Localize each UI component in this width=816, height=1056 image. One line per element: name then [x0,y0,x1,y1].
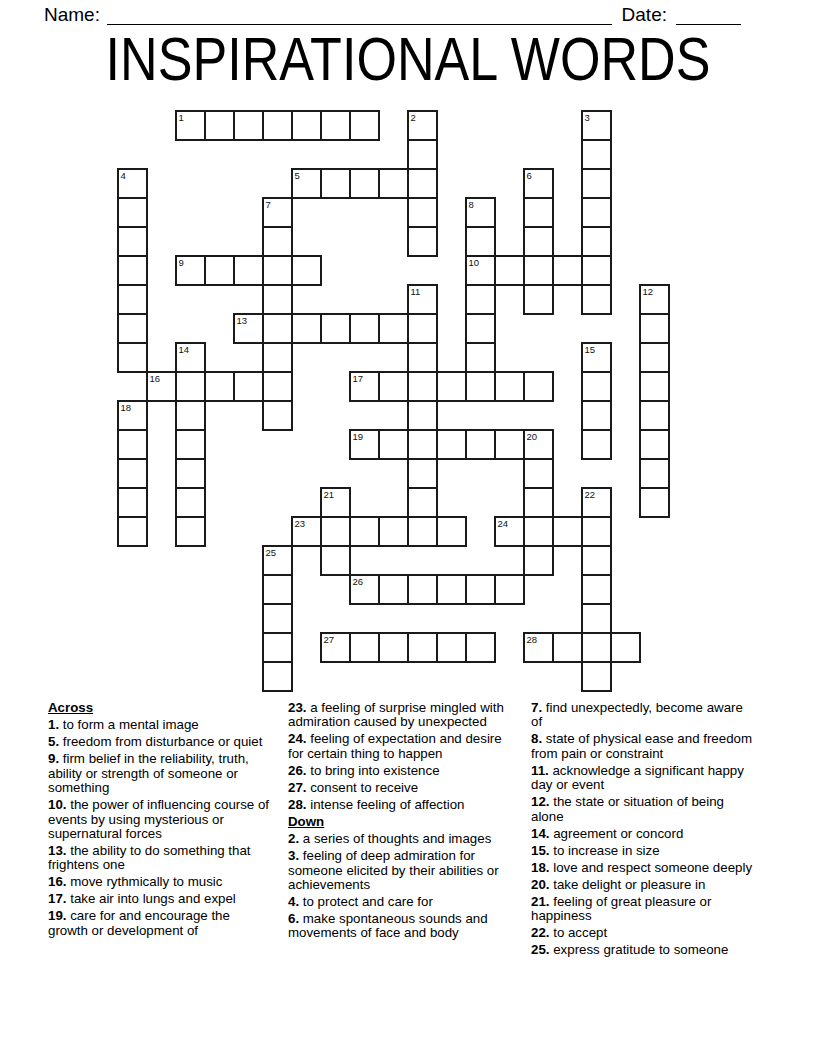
crossword-cell-r6c16[interactable] [581,284,612,315]
crossword-cell-r13c14[interactable] [523,487,554,518]
cell-number-24: 24 [498,519,509,529]
clue-across-24: 24. feeling of expectation and desire fo… [288,732,514,761]
crossword-cell-r18c14[interactable]: 28 [523,632,554,663]
crossword-cell-r3c12[interactable]: 8 [465,197,496,228]
crossword-cell-r9c16[interactable] [581,371,612,402]
crossword-cell-r6c10[interactable]: 11 [407,284,438,315]
crossword-cell-r9c11[interactable] [436,371,467,402]
crossword-cell-r9c12[interactable] [465,371,496,402]
crossword-cell-r14c9[interactable] [378,516,409,547]
crossword-cell-r7c7[interactable] [320,313,351,344]
clue-across-9: 9. firm belief in the reliability, truth… [48,752,272,795]
crossword-cell-r18c11[interactable] [436,632,467,663]
crossword-cell-r18c8[interactable] [349,632,380,663]
crossword-cell-r18c10[interactable] [407,632,438,663]
crossword-cell-r8c16[interactable]: 15 [581,342,612,373]
crossword-cell-r10c0[interactable]: 18 [117,400,148,431]
crossword-cell-r3c5[interactable]: 7 [262,197,293,228]
clue-down-15: 15. to increase in size [531,844,756,858]
crossword-cell-r9c1[interactable]: 16 [146,371,177,402]
crossword-cell-r13c2[interactable] [175,487,206,518]
crossword-cell-r4c16[interactable] [581,226,612,257]
crossword-cell-r6c14[interactable] [523,284,554,315]
crossword-cell-r2c16[interactable] [581,168,612,199]
crossword-cell-r5c13[interactable] [494,255,525,286]
cell-number-19: 19 [353,432,364,442]
crossword-cell-r13c18[interactable] [639,487,670,518]
crossword-cell-r11c16[interactable] [581,429,612,460]
crossword-cell-r9c2[interactable] [175,371,206,402]
crossword-cell-r13c0[interactable] [117,487,148,518]
crossword-cell-r4c10[interactable] [407,226,438,257]
clue-down-8: 8. state of physical ease and freedom fr… [531,732,756,761]
clue-across-13: 13. the ability to do something that fri… [48,844,272,873]
cell-number-22: 22 [585,490,596,500]
crossword-cell-r14c6[interactable]: 23 [291,516,322,547]
crossword-cell-r16c10[interactable] [407,574,438,605]
crossword-cell-r7c18[interactable] [639,313,670,344]
crossword-cell-r11c13[interactable] [494,429,525,460]
clue-column-2: 23. a feeling of surprise mingled with a… [288,701,514,943]
crossword-cell-r17c16[interactable] [581,603,612,634]
crossword-cell-r7c9[interactable] [378,313,409,344]
cell-number-7: 7 [266,200,271,210]
crossword-cell-r4c12[interactable] [465,226,496,257]
crossword-cell-r0c10[interactable]: 2 [407,110,438,141]
cell-number-18: 18 [121,403,132,413]
clue-down-12: 12. the state or situation of being alon… [531,795,756,824]
crossword-cell-r2c7[interactable] [320,168,351,199]
crossword-cell-r0c3[interactable] [204,110,235,141]
clue-across-5: 5. freedom from disturbance or quiet [48,735,272,749]
crossword-cell-r8c2[interactable]: 14 [175,342,206,373]
crossword-cell-r5c15[interactable] [552,255,583,286]
crossword-cell-r10c16[interactable] [581,400,612,431]
crossword-cell-r5c12[interactable]: 10 [465,255,496,286]
cell-number-17: 17 [353,374,364,384]
crossword-cell-r10c5[interactable] [262,400,293,431]
name-input-line[interactable] [107,5,612,25]
name-date-header: Name: Date: [44,5,741,25]
puzzle-title: INSPIRATIONAL WORDS [65,28,750,90]
crossword-cell-r3c16[interactable] [581,197,612,228]
clue-across-1: 1. to form a mental image [48,718,272,732]
down-clues-part2: 7. find unexpectedly, become aware of8. … [531,701,756,957]
crossword-cell-r5c2[interactable]: 9 [175,255,206,286]
crossword-cell-r5c16[interactable] [581,255,612,286]
across-heading: Across [48,701,272,715]
down-clues-part1: 2. a series of thoughts and images3. fee… [288,832,514,941]
clue-across-19: 19. care for and encourage the growth or… [48,909,272,938]
cell-number-11: 11 [411,287,421,297]
crossword-cell-r2c0[interactable]: 4 [117,168,148,199]
crossword-cell-r8c12[interactable] [465,342,496,373]
cell-number-26: 26 [353,577,364,587]
crossword-cell-r5c3[interactable] [204,255,235,286]
crossword-cell-r9c13[interactable] [494,371,525,402]
crossword-cell-r9c8[interactable]: 17 [349,371,380,402]
crossword-cell-r6c5[interactable] [262,284,293,315]
crossword-cell-r15c16[interactable] [581,545,612,576]
cell-number-14: 14 [179,345,190,355]
crossword-cell-r5c6[interactable] [291,255,322,286]
clue-across-28: 28. intense feeling of affection [288,798,514,812]
crossword-cell-r16c11[interactable] [436,574,467,605]
crossword-cell-r16c8[interactable]: 26 [349,574,380,605]
crossword-cell-r7c6[interactable] [291,313,322,344]
cell-number-2: 2 [411,113,416,123]
crossword-cell-r12c18[interactable] [639,458,670,489]
crossword-cell-r0c7[interactable] [320,110,351,141]
cell-number-20: 20 [527,432,538,442]
crossword-cell-r13c16[interactable]: 22 [581,487,612,518]
crossword-cell-r0c2[interactable]: 1 [175,110,206,141]
crossword-cell-r18c16[interactable] [581,632,612,663]
crossword-cell-r7c12[interactable] [465,313,496,344]
cell-number-6: 6 [527,171,532,181]
crossword-cell-r18c17[interactable] [610,632,641,663]
crossword-cell-r0c5[interactable] [262,110,293,141]
crossword-cell-r18c12[interactable] [465,632,496,663]
crossword-cell-r15c7[interactable] [320,545,351,576]
crossword-cell-r2c10[interactable] [407,168,438,199]
crossword-cell-r2c8[interactable] [349,168,380,199]
crossword-cell-r11c2[interactable] [175,429,206,460]
crossword-cell-r0c8[interactable] [349,110,380,141]
crossword-cell-r18c9[interactable] [378,632,409,663]
crossword-cell-r2c9[interactable] [378,168,409,199]
clue-across-27: 27. consent to receive [288,781,514,795]
crossword-cell-r16c9[interactable] [378,574,409,605]
crossword-cell-r11c11[interactable] [436,429,467,460]
cell-number-1: 1 [179,113,184,123]
cell-number-12: 12 [643,287,654,297]
cell-number-21: 21 [324,490,335,500]
clue-down-20: 20. take delight or pleasure in [531,878,756,892]
cell-number-28: 28 [527,635,538,645]
crossword-cell-r5c4[interactable] [233,255,264,286]
crossword-cell-r3c10[interactable] [407,197,438,228]
crossword-cell-r8c5[interactable] [262,342,293,373]
crossword-cell-r15c5[interactable]: 25 [262,545,293,576]
cell-number-8: 8 [469,200,474,210]
cell-number-3: 3 [585,113,590,123]
clue-across-16: 16. move rythmically to music [48,875,272,889]
crossword-cell-r14c7[interactable] [320,516,351,547]
crossword-cell-r3c14[interactable] [523,197,554,228]
across-clues-part1: 1. to form a mental image5. freedom from… [48,718,272,938]
crossword-cell-r15c14[interactable] [523,545,554,576]
crossword-cell-r11c9[interactable] [378,429,409,460]
clue-down-25: 25. express gratitude to someone [531,943,756,957]
crossword-cell-r14c0[interactable] [117,516,148,547]
crossword-cell-r6c12[interactable] [465,284,496,315]
crossword-cell-r7c10[interactable] [407,313,438,344]
crossword-cell-r8c18[interactable] [639,342,670,373]
crossword-cell-r16c13[interactable] [494,574,525,605]
crossword-cell-r5c5[interactable] [262,255,293,286]
crossword-cell-r14c16[interactable] [581,516,612,547]
crossword-cell-r2c14[interactable]: 6 [523,168,554,199]
crossword-cell-r7c0[interactable] [117,313,148,344]
crossword-cell-r11c8[interactable]: 19 [349,429,380,460]
crossword-cell-r19c5[interactable] [262,661,293,692]
crossword-cell-r11c0[interactable] [117,429,148,460]
crossword-cell-r9c4[interactable] [233,371,264,402]
crossword-cell-r6c18[interactable]: 12 [639,284,670,315]
cell-number-5: 5 [295,171,300,181]
clue-across-26: 26. to bring into existence [288,764,514,778]
crossword-cell-r9c3[interactable] [204,371,235,402]
worksheet-page: Name: Date: INSPIRATIONAL WORDS 12345678… [0,0,816,1056]
crossword-cell-r14c15[interactable] [552,516,583,547]
cell-number-10: 10 [469,258,480,268]
date-label: Date: [622,5,667,25]
crossword-cell-r10c18[interactable] [639,400,670,431]
crossword-cell-r11c12[interactable] [465,429,496,460]
clue-column-3: 7. find unexpectedly, become aware of8. … [531,701,756,960]
clue-down-21: 21. feeling of great pleasure or happine… [531,895,756,924]
crossword-cell-r0c16[interactable]: 3 [581,110,612,141]
crossword-cell-r11c18[interactable] [639,429,670,460]
crossword-cell-r14c10[interactable] [407,516,438,547]
crossword-grid: 1234567891011121314151617181920212223242… [117,110,670,692]
crossword-cell-r4c0[interactable] [117,226,148,257]
crossword-cell-r11c10[interactable] [407,429,438,460]
crossword-cell-r9c10[interactable] [407,371,438,402]
clue-across-10: 10. the power of influencing course of e… [48,798,272,841]
crossword-cell-r8c10[interactable] [407,342,438,373]
crossword-cell-r12c2[interactable] [175,458,206,489]
clue-column-1: Across 1. to form a mental image5. freed… [48,701,272,941]
crossword-cell-r14c14[interactable] [523,516,554,547]
crossword-cell-r9c9[interactable] [378,371,409,402]
crossword-cell-r10c2[interactable] [175,400,206,431]
cell-number-27: 27 [324,635,335,645]
crossword-cell-r7c5[interactable] [262,313,293,344]
clue-down-22: 22. to accept [531,926,756,940]
clue-down-4: 4. to protect and care for [288,895,514,909]
clue-down-14: 14. agreement or concord [531,827,756,841]
crossword-cell-r18c7[interactable]: 27 [320,632,351,663]
cell-number-13: 13 [237,316,248,326]
clue-across-23: 23. a feeling of surprise mingled with a… [288,701,514,730]
cell-number-4: 4 [121,171,126,181]
crossword-cell-r14c11[interactable] [436,516,467,547]
crossword-cell-r0c6[interactable] [291,110,322,141]
crossword-cell-r13c7[interactable]: 21 [320,487,351,518]
crossword-cell-r6c0[interactable] [117,284,148,315]
crossword-cell-r3c0[interactable] [117,197,148,228]
crossword-cell-r12c0[interactable] [117,458,148,489]
crossword-cell-r13c10[interactable] [407,487,438,518]
crossword-cell-r12c14[interactable] [523,458,554,489]
clue-down-11: 11. acknowledge a significant happy day … [531,764,756,793]
crossword-cell-r14c2[interactable] [175,516,206,547]
crossword-cell-r9c14[interactable] [523,371,554,402]
crossword-cell-r19c16[interactable] [581,661,612,692]
crossword-cell-r1c16[interactable] [581,139,612,170]
across-clues-part2: 23. a feeling of surprise mingled with a… [288,701,514,812]
crossword-cell-r14c13[interactable]: 24 [494,516,525,547]
crossword-cell-r11c14[interactable]: 20 [523,429,554,460]
cell-number-15: 15 [585,345,596,355]
clue-down-18: 18. love and respect someone deeply [531,861,756,875]
crossword-cell-r2c6[interactable]: 5 [291,168,322,199]
crossword-cell-r16c5[interactable] [262,574,293,605]
clue-down-6: 6. make spontaneous sounds and movements… [288,912,514,941]
cell-number-25: 25 [266,548,277,558]
cell-number-23: 23 [295,519,306,529]
crossword-cell-r16c16[interactable] [581,574,612,605]
cell-number-16: 16 [150,374,161,384]
crossword-cell-r8c0[interactable] [117,342,148,373]
crossword-cell-r16c12[interactable] [465,574,496,605]
crossword-cell-r18c15[interactable] [552,632,583,663]
crossword-cell-r10c10[interactable] [407,400,438,431]
crossword-cell-r5c14[interactable] [523,255,554,286]
crossword-cell-r9c5[interactable] [262,371,293,402]
crossword-cell-r5c0[interactable] [117,255,148,286]
crossword-cell-r7c4[interactable]: 13 [233,313,264,344]
crossword-cell-r12c10[interactable] [407,458,438,489]
crossword-cell-r17c5[interactable] [262,603,293,634]
clue-across-17: 17. take air into lungs and expel [48,892,272,906]
clue-down-2: 2. a series of thoughts and images [288,832,514,846]
crossword-cell-r7c8[interactable] [349,313,380,344]
cell-number-9: 9 [179,258,184,268]
date-input-line[interactable] [676,5,741,25]
crossword-cell-r9c18[interactable] [639,371,670,402]
down-heading: Down [288,815,514,829]
crossword-cell-r4c14[interactable] [523,226,554,257]
clue-down-7: 7. find unexpectedly, become aware of [531,701,756,730]
crossword-cell-r14c8[interactable] [349,516,380,547]
crossword-cell-r0c4[interactable] [233,110,264,141]
clue-down-3: 3. feeling of deep admiration for someon… [288,849,514,892]
crossword-cell-r1c10[interactable] [407,139,438,170]
name-label: Name: [44,5,100,25]
crossword-cell-r4c5[interactable] [262,226,293,257]
crossword-cell-r18c5[interactable] [262,632,293,663]
